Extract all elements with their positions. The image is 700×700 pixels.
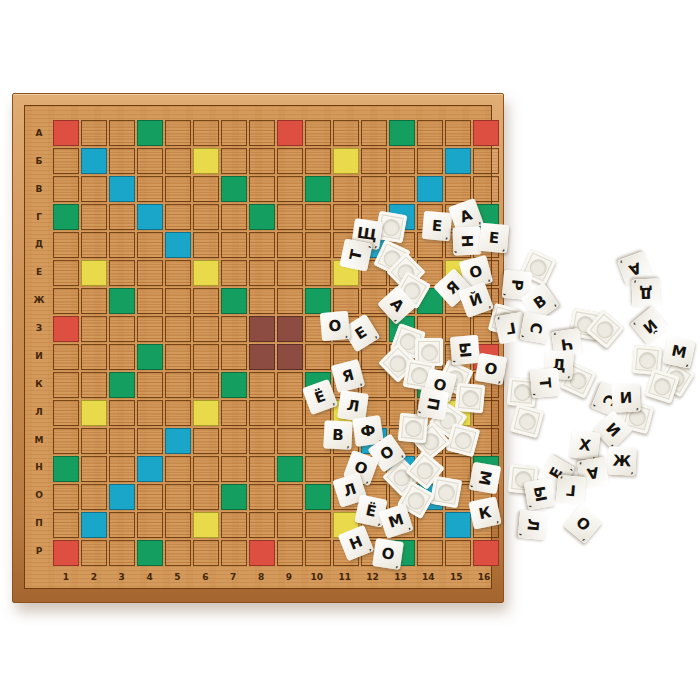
cell-П9[interactable] <box>277 512 303 538</box>
cell-Д1[interactable] <box>53 232 79 258</box>
cell-А12[interactable] <box>361 120 387 146</box>
cell-К7[interactable] <box>221 372 247 398</box>
col-label-11: 11 <box>331 567 359 587</box>
tile-letter-glyph: Н <box>459 234 474 247</box>
cell-О10[interactable] <box>305 484 331 510</box>
cell-Ж10[interactable] <box>305 288 331 314</box>
cell-И10[interactable] <box>305 344 331 370</box>
cell-Л9[interactable] <box>277 400 303 426</box>
tile-value-mark: , <box>367 544 372 552</box>
cell-П1[interactable] <box>53 512 79 538</box>
tile-back-recess <box>381 217 401 237</box>
cell-Н10[interactable] <box>305 456 331 482</box>
cell-М3[interactable] <box>109 428 135 454</box>
cell-З7[interactable] <box>221 316 247 342</box>
cell-Б2[interactable] <box>81 148 107 174</box>
tile-letter-О[interactable]: О, <box>372 538 404 570</box>
tile-value-mark: , <box>452 360 460 363</box>
tile-value-mark: , <box>365 477 370 485</box>
cell-А4[interactable] <box>137 120 163 146</box>
cell-А16[interactable] <box>473 120 499 146</box>
tile-value-mark: , <box>551 300 558 308</box>
cell-Р14[interactable] <box>417 540 443 566</box>
row-label-Л: Л <box>27 398 51 426</box>
cell-Е6[interactable] <box>193 260 219 286</box>
cell-О1[interactable] <box>53 484 79 510</box>
cell-В5[interactable] <box>165 176 191 202</box>
tile-value-mark: , <box>345 331 348 339</box>
tile-value-mark: , <box>453 251 461 254</box>
cell-Р9[interactable] <box>277 540 303 566</box>
cell-Д4[interactable] <box>137 232 163 258</box>
tile-value-mark: , <box>498 377 502 385</box>
tile-letter-glyph: А <box>586 465 600 482</box>
cell-П10[interactable] <box>305 512 331 538</box>
tile-letter-glyph: Й <box>640 316 659 336</box>
cell-Р3[interactable] <box>109 540 135 566</box>
cell-Л1[interactable] <box>53 400 79 426</box>
row-label-Б: Б <box>27 147 51 175</box>
cell-А11[interactable] <box>333 120 359 146</box>
cell-Г6[interactable] <box>193 204 219 230</box>
tile-letter-М[interactable]: М, <box>662 335 695 368</box>
cell-О3[interactable] <box>109 484 135 510</box>
cell-Б4[interactable] <box>137 148 163 174</box>
tile-letter-О[interactable]: О, <box>563 504 602 543</box>
col-label-5: 5 <box>164 567 192 587</box>
cell-Ж2[interactable] <box>81 288 107 314</box>
cell-В2[interactable] <box>81 176 107 202</box>
tile-value-mark: , <box>685 360 689 368</box>
tile-letter-glyph: Ы <box>531 485 548 503</box>
cell-Д6[interactable] <box>193 232 219 258</box>
cell-З5[interactable] <box>165 316 191 342</box>
cell-З3[interactable] <box>109 316 135 342</box>
cell-А6[interactable] <box>193 120 219 146</box>
cell-Н2[interactable] <box>81 456 107 482</box>
cell-П4[interactable] <box>137 512 163 538</box>
row-label-В: В <box>27 175 51 203</box>
tile-value-mark: , <box>532 393 540 396</box>
cell-М2[interactable] <box>81 428 107 454</box>
tile-letter-Е[interactable]: Е, <box>422 211 452 241</box>
cell-З8[interactable] <box>249 316 275 342</box>
cell-А14[interactable] <box>417 120 443 146</box>
tile-letter-glyph: А <box>627 260 643 278</box>
cell-И7[interactable] <box>221 344 247 370</box>
cell-Д3[interactable] <box>109 232 135 258</box>
tile-value-mark: , <box>469 485 477 489</box>
cell-А13[interactable] <box>389 120 415 146</box>
cell-В13[interactable] <box>389 176 415 202</box>
cell-П2[interactable] <box>81 512 107 538</box>
cell-К5[interactable] <box>165 372 191 398</box>
tile-letter-Х[interactable]: Х, <box>569 429 601 461</box>
cell-Е1[interactable] <box>53 260 79 286</box>
cell-Д10[interactable] <box>305 232 331 258</box>
cell-Ж3[interactable] <box>109 288 135 314</box>
cell-Р4[interactable] <box>137 540 163 566</box>
cell-А2[interactable] <box>81 120 107 146</box>
tile-letter-glyph: М <box>387 512 406 531</box>
cell-А10[interactable] <box>305 120 331 146</box>
cell-К2[interactable] <box>81 372 107 398</box>
cell-О5[interactable] <box>165 484 191 510</box>
cell-Р10[interactable] <box>305 540 331 566</box>
tile-value-mark: , <box>502 293 510 296</box>
tile-letter-glyph: Ч <box>560 336 574 353</box>
tile-blank-back[interactable] <box>510 404 544 438</box>
cell-В10[interactable] <box>305 176 331 202</box>
cell-М7[interactable] <box>221 428 247 454</box>
cell-П15[interactable] <box>445 512 471 538</box>
tile-letter-glyph: О <box>377 443 396 463</box>
cell-Р5[interactable] <box>165 540 191 566</box>
tile-value-mark: , <box>632 321 639 329</box>
cell-В1[interactable] <box>53 176 79 202</box>
tile-letter-С[interactable]: С, <box>520 312 552 344</box>
tile-value-mark: , <box>417 411 425 415</box>
cell-О2[interactable] <box>81 484 107 510</box>
tile-blank-back[interactable] <box>430 476 462 508</box>
tile-blank-back[interactable] <box>398 413 428 443</box>
cell-Е4[interactable] <box>137 260 163 286</box>
cell-А15[interactable] <box>445 120 471 146</box>
cell-Г8[interactable] <box>249 204 275 230</box>
cell-О6[interactable] <box>193 484 219 510</box>
cell-Р2[interactable] <box>81 540 107 566</box>
tile-letter-glyph: Я <box>340 367 355 384</box>
cell-Б6[interactable] <box>193 148 219 174</box>
tile-letter-glyph: Л <box>346 398 360 415</box>
cell-В4[interactable] <box>137 176 163 202</box>
tile-letter-glyph: Н <box>347 534 364 553</box>
cell-Ж11[interactable] <box>333 288 359 314</box>
cell-И4[interactable] <box>137 344 163 370</box>
cell-Ж1[interactable] <box>53 288 79 314</box>
cell-И1[interactable] <box>53 344 79 370</box>
cell-Л3[interactable] <box>109 400 135 426</box>
cell-З1[interactable] <box>53 316 79 342</box>
cell-П8[interactable] <box>249 512 275 538</box>
cell-З2[interactable] <box>81 316 107 342</box>
tile-value-mark: , <box>445 233 448 241</box>
cell-Ж4[interactable] <box>137 288 163 314</box>
tile-value-mark: , <box>407 523 412 531</box>
cell-Д9[interactable] <box>277 232 303 258</box>
cell-Г3[interactable] <box>109 204 135 230</box>
tile-letter-glyph: К <box>477 504 492 521</box>
cell-Н9[interactable] <box>277 456 303 482</box>
cell-Г9[interactable] <box>277 204 303 230</box>
cell-И3[interactable] <box>109 344 135 370</box>
tile-letter-П[interactable]: П, <box>417 388 449 420</box>
tile-value-mark: , <box>566 466 574 472</box>
cell-Б1[interactable] <box>53 148 79 174</box>
tile-letter-glyph: Ф <box>360 423 377 440</box>
tile-value-mark: , <box>518 533 526 536</box>
cell-И5[interactable] <box>165 344 191 370</box>
cell-Н8[interactable] <box>249 456 275 482</box>
cell-О9[interactable] <box>277 484 303 510</box>
row-label-К: К <box>27 370 51 398</box>
cell-Е5[interactable] <box>165 260 191 286</box>
tile-letter-Г[interactable]: Г, <box>556 475 586 505</box>
cell-М6[interactable] <box>193 428 219 454</box>
tile-letter-glyph: Т <box>348 248 365 261</box>
cell-М5[interactable] <box>165 428 191 454</box>
tile-back-recess <box>651 375 672 396</box>
tile-letter-В[interactable]: В, <box>323 420 352 449</box>
tile-letter-glyph: Ы <box>457 342 473 359</box>
cell-Л7[interactable] <box>221 400 247 426</box>
tile-letter-Т[interactable]: Т, <box>530 368 560 398</box>
tile-letter-Д[interactable]: Д, <box>632 279 661 308</box>
cell-Б3[interactable] <box>109 148 135 174</box>
cell-Ж9[interactable] <box>277 288 303 314</box>
tile-letter-glyph: Д <box>639 285 653 300</box>
cell-П7[interactable] <box>221 512 247 538</box>
tile-letter-glyph: А <box>388 296 407 315</box>
cell-В8[interactable] <box>249 176 275 202</box>
tile-back-recess <box>593 317 617 341</box>
cell-В14[interactable] <box>417 176 443 202</box>
tile-value-mark: , <box>631 467 634 475</box>
cell-З4[interactable] <box>137 316 163 342</box>
tile-value-mark: , <box>364 245 372 249</box>
cell-Г5[interactable] <box>165 204 191 230</box>
tile-value-mark: , <box>395 561 399 569</box>
tile-letter-glyph: Е <box>431 218 443 234</box>
cell-А1[interactable] <box>53 120 79 146</box>
cell-Н1[interactable] <box>53 456 79 482</box>
tile-letter-Ж[interactable]: Ж, <box>607 446 636 475</box>
tile-letter-Й[interactable]: Й, <box>630 306 669 345</box>
cell-В11[interactable] <box>333 176 359 202</box>
tile-letter-glyph: И <box>619 390 632 406</box>
tile-value-mark: , <box>331 399 336 407</box>
tile-letter-glyph: Х <box>578 437 592 453</box>
tile-letter-Л[interactable]: Л, <box>518 510 548 540</box>
cell-Б11[interactable] <box>333 148 359 174</box>
tile-back-recess <box>638 351 656 369</box>
cell-К1[interactable] <box>53 372 79 398</box>
cell-А3[interactable] <box>109 120 135 146</box>
tile-letter-Ы[interactable]: Ы, <box>450 335 480 365</box>
cell-Л4[interactable] <box>137 400 163 426</box>
cell-Л2[interactable] <box>81 400 107 426</box>
cell-Н5[interactable] <box>165 456 191 482</box>
cell-И9[interactable] <box>277 344 303 370</box>
cell-В16[interactable] <box>473 176 499 202</box>
cell-А7[interactable] <box>221 120 247 146</box>
tile-letter-И[interactable]: И, <box>611 383 640 412</box>
row-label-З: З <box>27 314 51 342</box>
cell-Д7[interactable] <box>221 232 247 258</box>
tile-value-mark: , <box>560 475 563 483</box>
cell-Ж6[interactable] <box>193 288 219 314</box>
tile-letter-О[interactable]: О, <box>475 353 507 385</box>
tile-letter-glyph: О <box>381 546 396 563</box>
cell-Е2[interactable] <box>81 260 107 286</box>
cell-З6[interactable] <box>193 316 219 342</box>
cell-Л6[interactable] <box>193 400 219 426</box>
cell-Г7[interactable] <box>221 204 247 230</box>
cell-Б16[interactable] <box>473 148 499 174</box>
col-label-8: 8 <box>247 567 275 587</box>
tile-letter-К[interactable]: К, <box>468 496 501 529</box>
col-label-15: 15 <box>442 567 470 587</box>
cell-Л8[interactable] <box>249 400 275 426</box>
cell-Б15[interactable] <box>445 148 471 174</box>
tile-value-mark: , <box>636 403 639 411</box>
tile-value-mark: , <box>619 259 624 267</box>
column-coordinate-labels: 12345678910111213141516 <box>52 567 498 587</box>
col-label-13: 13 <box>387 567 415 587</box>
row-label-О: О <box>27 481 51 509</box>
cell-Д5[interactable] <box>165 232 191 258</box>
cell-Е7[interactable] <box>221 260 247 286</box>
tile-letter-glyph: Ё <box>313 388 328 406</box>
cell-Р1[interactable] <box>53 540 79 566</box>
cell-К4[interactable] <box>137 372 163 398</box>
cell-П3[interactable] <box>109 512 135 538</box>
cell-В7[interactable] <box>221 176 247 202</box>
tile-letter-Ы[interactable]: Ы, <box>524 478 556 510</box>
tile-letter-glyph: Г <box>505 320 517 336</box>
tile-value-mark: , <box>502 245 505 253</box>
col-label-12: 12 <box>359 567 387 587</box>
cell-Г10[interactable] <box>305 204 331 230</box>
cell-Е3[interactable] <box>109 260 135 286</box>
cell-И2[interactable] <box>81 344 107 370</box>
cell-В3[interactable] <box>109 176 135 202</box>
cell-Б9[interactable] <box>277 148 303 174</box>
tile-blank-back[interactable] <box>455 383 485 413</box>
tile-value-mark: , <box>567 372 570 380</box>
tile-letter-glyph: М <box>670 343 688 361</box>
tile-letter-glyph: П <box>425 397 442 412</box>
cell-Р16[interactable] <box>473 540 499 566</box>
cell-Н3[interactable] <box>109 456 135 482</box>
cell-А8[interactable] <box>249 120 275 146</box>
cell-Б8[interactable] <box>249 148 275 174</box>
cell-В6[interactable] <box>193 176 219 202</box>
cell-Р7[interactable] <box>221 540 247 566</box>
cell-Е9[interactable] <box>277 260 303 286</box>
tile-value-mark: , <box>359 379 364 387</box>
tile-letter-glyph: Л <box>525 518 541 532</box>
cell-О7[interactable] <box>221 484 247 510</box>
cell-Н4[interactable] <box>137 456 163 482</box>
cell-Ж8[interactable] <box>249 288 275 314</box>
cell-В12[interactable] <box>361 176 387 202</box>
tile-value-mark: , <box>634 279 637 287</box>
tile-letter-Е[interactable]: Е, <box>479 223 509 253</box>
tile-letter-glyph: В <box>531 293 549 312</box>
cell-К6[interactable] <box>193 372 219 398</box>
tile-letter-glyph: О <box>328 318 342 334</box>
cell-З9[interactable] <box>277 316 303 342</box>
cell-М9[interactable] <box>277 428 303 454</box>
cell-Е10[interactable] <box>305 260 331 286</box>
tile-back-recess <box>517 411 538 432</box>
cell-А9[interactable] <box>277 120 303 146</box>
cell-Б5[interactable] <box>165 148 191 174</box>
tile-letter-Н[interactable]: Н, <box>453 227 482 256</box>
cell-Е8[interactable] <box>249 260 275 286</box>
tile-value-mark: , <box>495 516 499 524</box>
cell-Н7[interactable] <box>221 456 247 482</box>
tile-value-mark: , <box>487 302 492 310</box>
cell-Г1[interactable] <box>53 204 79 230</box>
tile-value-mark: , <box>347 441 350 449</box>
cell-Ж7[interactable] <box>221 288 247 314</box>
tile-letter-О[interactable]: О, <box>320 311 350 341</box>
tile-value-mark: , <box>581 535 588 543</box>
cell-И8[interactable] <box>249 344 275 370</box>
tile-letter-glyph: С <box>528 321 545 334</box>
cell-К9[interactable] <box>277 372 303 398</box>
cell-М4[interactable] <box>137 428 163 454</box>
cell-Б14[interactable] <box>417 148 443 174</box>
cell-О4[interactable] <box>137 484 163 510</box>
cell-Р6[interactable] <box>193 540 219 566</box>
cell-В15[interactable] <box>445 176 471 202</box>
cell-Н6[interactable] <box>193 456 219 482</box>
cell-Б7[interactable] <box>221 148 247 174</box>
cell-М1[interactable] <box>53 428 79 454</box>
tile-letter-М[interactable]: М, <box>469 462 501 494</box>
cell-Д8[interactable] <box>249 232 275 258</box>
row-label-Г: Г <box>27 203 51 231</box>
cell-К3[interactable] <box>109 372 135 398</box>
tile-letter-glyph: Й <box>468 291 485 309</box>
cell-Г4[interactable] <box>137 204 163 230</box>
cell-Ж5[interactable] <box>165 288 191 314</box>
tile-letter-glyph: Е <box>488 230 500 246</box>
cell-И6[interactable] <box>193 344 219 370</box>
cell-Р8[interactable] <box>249 540 275 566</box>
cell-М8[interactable] <box>249 428 275 454</box>
row-label-М: М <box>27 426 51 454</box>
col-label-3: 3 <box>108 567 136 587</box>
col-label-14: 14 <box>414 567 442 587</box>
cell-Р15[interactable] <box>445 540 471 566</box>
cell-В9[interactable] <box>277 176 303 202</box>
cell-Г2[interactable] <box>81 204 107 230</box>
cell-П5[interactable] <box>165 512 191 538</box>
tile-letter-glyph: Т <box>537 377 553 389</box>
cell-Б12[interactable] <box>361 148 387 174</box>
tile-value-mark: , <box>487 275 492 283</box>
cell-К8[interactable] <box>249 372 275 398</box>
cell-П6[interactable] <box>193 512 219 538</box>
cell-А5[interactable] <box>165 120 191 146</box>
cell-Б13[interactable] <box>389 148 415 174</box>
tile-value-mark: , <box>528 504 536 508</box>
cell-О8[interactable] <box>249 484 275 510</box>
tile-letter-Т[interactable]: Т, <box>339 238 372 271</box>
cell-Л5[interactable] <box>165 400 191 426</box>
tile-letter-glyph: И <box>603 420 622 439</box>
row-label-А: А <box>27 119 51 147</box>
tile-value-mark: , <box>374 241 378 249</box>
cell-Б10[interactable] <box>305 148 331 174</box>
row-label-Н: Н <box>27 454 51 482</box>
cell-Д2[interactable] <box>81 232 107 258</box>
tile-value-mark: , <box>592 403 600 408</box>
